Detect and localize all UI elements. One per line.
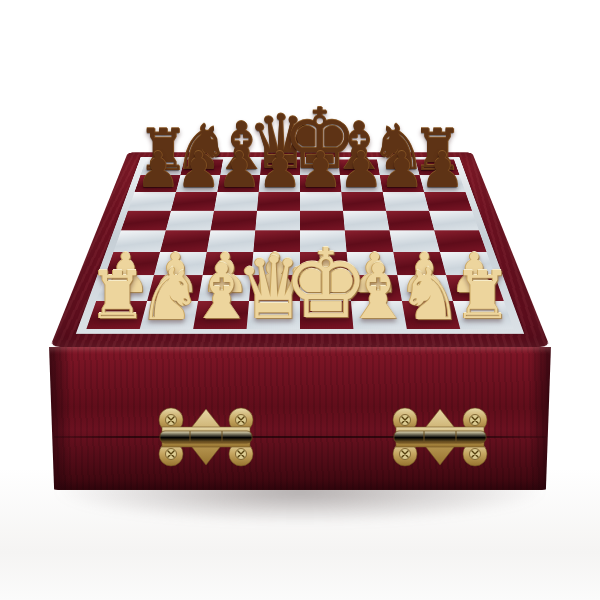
square-a7 (134, 175, 180, 192)
square-d5 (255, 211, 300, 231)
square-e4 (300, 230, 347, 251)
square-a3 (105, 252, 160, 275)
square-b1 (140, 301, 198, 329)
square-h7 (420, 175, 466, 192)
square-g3 (393, 252, 446, 275)
square-h3 (440, 252, 495, 275)
square-d7 (259, 175, 300, 192)
square-g7 (380, 175, 424, 192)
chessboard (86, 159, 513, 328)
hinge-left (158, 405, 254, 469)
square-b8 (180, 159, 223, 175)
square-g1 (402, 301, 460, 329)
square-b5 (166, 211, 214, 231)
board-inlay-frame (76, 157, 524, 334)
square-b7 (176, 175, 220, 192)
square-a5 (121, 211, 171, 231)
square-e2 (300, 275, 351, 301)
square-g8 (377, 159, 420, 175)
square-c1 (193, 301, 249, 329)
square-g4 (389, 230, 439, 251)
square-f1 (351, 301, 407, 329)
square-a1 (86, 301, 147, 329)
square-h6 (424, 192, 472, 210)
square-d8 (260, 159, 300, 175)
square-c5 (211, 211, 257, 231)
square-h5 (429, 211, 479, 231)
square-g5 (386, 211, 434, 231)
square-f7 (340, 175, 383, 192)
square-b3 (154, 252, 207, 275)
square-a8 (140, 159, 184, 175)
square-f5 (343, 211, 389, 231)
square-a4 (113, 230, 165, 251)
square-h1 (453, 301, 514, 329)
square-f6 (341, 192, 386, 210)
square-h2 (446, 275, 504, 301)
square-f4 (345, 230, 394, 251)
hinge-right (392, 405, 488, 469)
square-e7 (300, 175, 341, 192)
square-g6 (383, 192, 429, 210)
square-c2 (198, 275, 251, 301)
square-b4 (160, 230, 210, 251)
square-h8 (415, 159, 459, 175)
square-e8 (300, 159, 340, 175)
square-e3 (300, 252, 349, 275)
hinge-icon (158, 405, 254, 469)
square-b2 (147, 275, 202, 301)
square-c6 (214, 192, 259, 210)
square-e6 (300, 192, 343, 210)
square-d1 (247, 301, 300, 329)
square-e5 (300, 211, 345, 231)
square-d4 (253, 230, 300, 251)
chess-box-scene: ♜♞♝♛♚♝♞♜♟♟♟♟♟♟♟♟♟♟♟♟♟♟♟♟♜♞♝♛♚♝♞♜ (0, 0, 600, 600)
square-f2 (349, 275, 402, 301)
square-b6 (171, 192, 217, 210)
square-c7 (217, 175, 260, 192)
square-d6 (257, 192, 300, 210)
box-lid (50, 152, 550, 347)
square-c4 (207, 230, 256, 251)
square-d3 (251, 252, 300, 275)
box-front (46, 347, 554, 490)
square-c3 (203, 252, 254, 275)
hinge-icon (392, 405, 488, 469)
square-a6 (128, 192, 176, 210)
square-h4 (434, 230, 486, 251)
square-c8 (220, 159, 261, 175)
square-f8 (338, 159, 379, 175)
square-e1 (300, 301, 353, 329)
square-d2 (249, 275, 300, 301)
square-f3 (347, 252, 398, 275)
square-a2 (96, 275, 154, 301)
square-g2 (397, 275, 452, 301)
